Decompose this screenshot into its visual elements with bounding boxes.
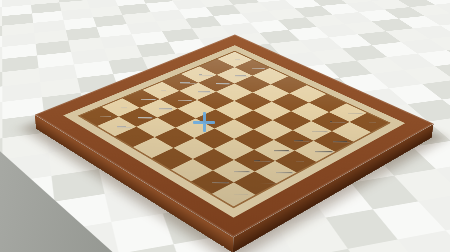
crosshair-icon — [193, 112, 215, 132]
board-scene: ♜♞♟♝♟♚♟♛♟♝♟♞♟♟♜♟♟♜♟♟♞♟♝♟♚♟♛♟♝♟♞♜ — [0, 0, 450, 252]
game-viewport: ♜♞♟♝♟♚♟♛♟♝♟♞♟♟♜♟♟♜♟♟♞♟♝♟♚♟♛♟♝♟♞♜ — [0, 0, 450, 252]
